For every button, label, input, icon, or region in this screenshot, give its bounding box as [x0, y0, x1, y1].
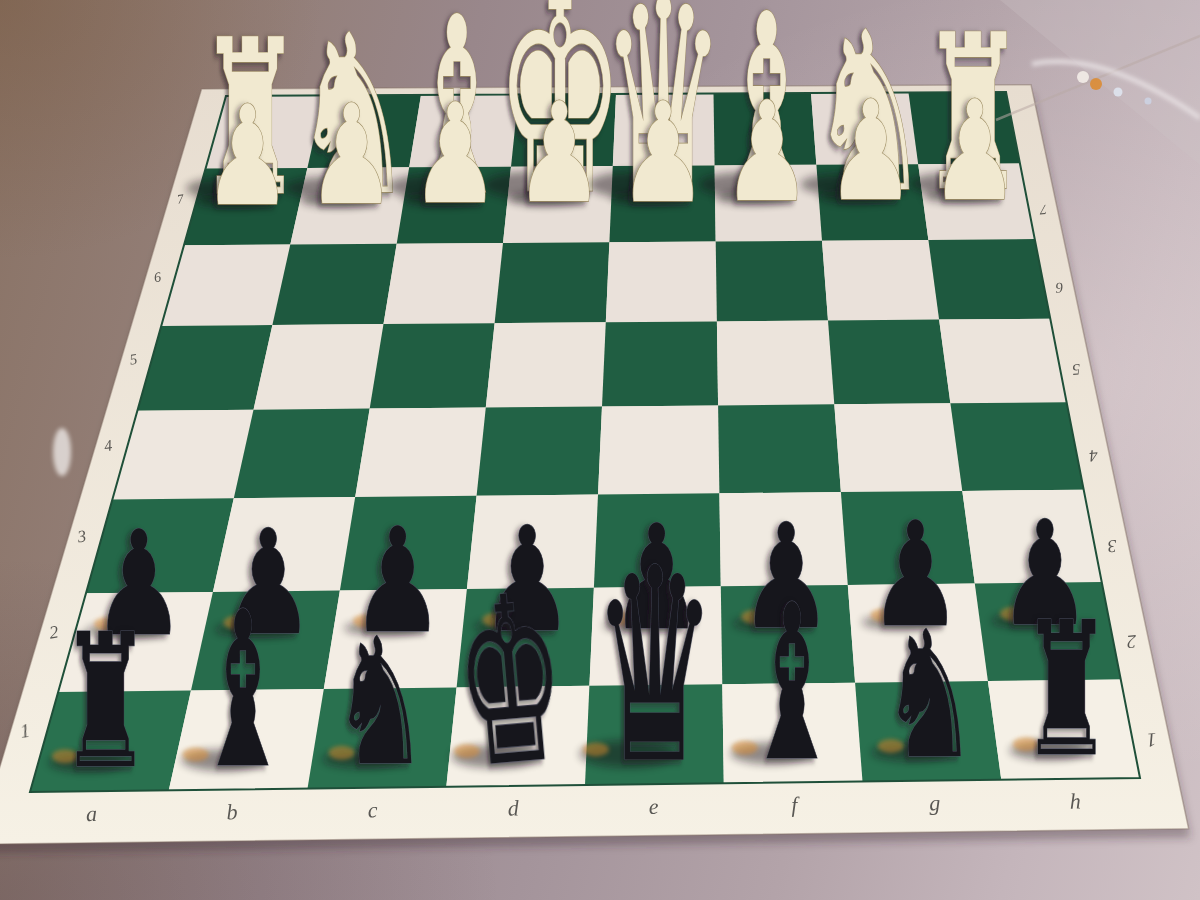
square-g5 [828, 320, 950, 405]
square-b6 [272, 244, 396, 325]
square-c6 [384, 243, 504, 324]
square-f5 [717, 321, 834, 406]
square-d4 [477, 407, 602, 496]
rank-label-right-5: 5 [1071, 361, 1080, 379]
piece-white-pawn-c7: ♟ [411, 74, 500, 235]
piece-white-pawn-b7: ♟ [307, 74, 396, 235]
piece-white-pawn-g7: ♟ [826, 71, 915, 232]
piece-white-pawn-h7: ♟ [930, 70, 1019, 231]
piece-white-pawn-f7: ♟ [722, 72, 811, 233]
piece-black-knight-c1: ♞ [332, 601, 429, 804]
rank-label-right-1: 1 [1146, 729, 1158, 752]
square-h4 [950, 402, 1083, 491]
photo-chess-scene: abcdefgh76543217654321♜♞♝♚♛♝♞♜♟♟♟♟♟♟♟♟♟♟… [0, 0, 1200, 900]
square-b5 [254, 324, 384, 410]
piece-white-pawn-e7: ♟ [619, 72, 708, 233]
piece-black-bishop-f1: ♝ [744, 558, 840, 808]
piece-black-rook-a1: ♜ [60, 594, 151, 810]
piece-black-queen-e1: ♛ [592, 511, 717, 822]
square-g6 [822, 240, 939, 321]
square-e4 [598, 405, 719, 494]
square-c4 [355, 408, 486, 498]
square-e5 [602, 321, 718, 406]
square-g4 [834, 403, 962, 492]
square-c5 [370, 323, 495, 408]
piece-black-knight-g1: ♞ [881, 594, 978, 797]
piece-black-bishop-b1: ♝ [195, 565, 291, 815]
square-f6 [716, 241, 828, 322]
square-b4 [234, 409, 370, 499]
square-d5 [486, 322, 606, 407]
flash-glare [53, 428, 71, 476]
rank-label-right-3: 3 [1107, 536, 1119, 557]
square-h6 [928, 239, 1050, 320]
square-f4 [718, 404, 841, 493]
piece-white-pawn-d7: ♟ [515, 73, 604, 234]
square-h5 [939, 319, 1067, 404]
piece-black-rook-h1: ♜ [1021, 582, 1112, 798]
chess-board: abcdefgh76543217654321♜♞♝♚♛♝♞♜♟♟♟♟♟♟♟♟♟♟… [0, 0, 1200, 900]
piece-white-pawn-a7: ♟ [203, 75, 292, 236]
